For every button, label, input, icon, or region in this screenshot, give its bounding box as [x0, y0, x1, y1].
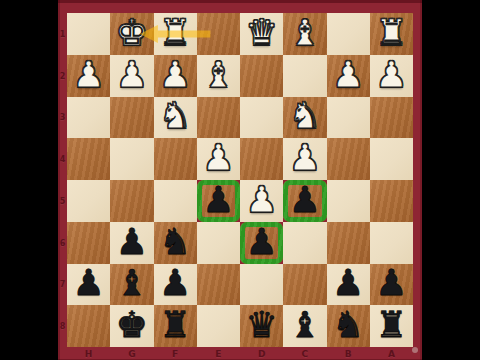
- square-c2[interactable]: [283, 55, 326, 97]
- square-a2[interactable]: ♟: [370, 55, 413, 97]
- square-d1[interactable]: ♛: [240, 13, 283, 55]
- square-g4[interactable]: [110, 138, 153, 180]
- piece-white-knight: ♞: [159, 98, 191, 134]
- piece-black-king: ♚: [116, 307, 148, 343]
- square-b7[interactable]: ♟: [327, 264, 370, 306]
- square-b1[interactable]: [327, 13, 370, 55]
- piece-black-bishop: ♝: [116, 265, 148, 301]
- piece-white-pawn: ♟: [289, 140, 321, 176]
- square-a6[interactable]: [370, 222, 413, 264]
- file-label-E: E: [208, 348, 228, 360]
- piece-black-pawn: ♟: [375, 265, 407, 301]
- piece-black-rook: ♜: [375, 307, 407, 343]
- square-b6[interactable]: [327, 222, 370, 264]
- square-a7[interactable]: ♟: [370, 264, 413, 306]
- rank-label-3: 3: [58, 113, 67, 122]
- piece-white-pawn: ♟: [202, 140, 234, 176]
- square-e6[interactable]: [197, 222, 240, 264]
- square-f8[interactable]: ♜: [154, 305, 197, 347]
- square-g8[interactable]: ♚: [110, 305, 153, 347]
- square-d2[interactable]: [240, 55, 283, 97]
- file-label-H: H: [79, 348, 99, 360]
- piece-white-pawn: ♟: [159, 57, 191, 93]
- rank-label-2: 2: [58, 72, 67, 81]
- piece-black-knight: ♞: [332, 307, 364, 343]
- square-f5[interactable]: [154, 180, 197, 222]
- piece-black-rook: ♜: [159, 307, 191, 343]
- square-c4[interactable]: ♟: [283, 138, 326, 180]
- square-c7[interactable]: [283, 264, 326, 306]
- piece-black-pawn: ♟: [245, 224, 277, 260]
- square-h8[interactable]: [67, 305, 110, 347]
- square-h3[interactable]: [67, 97, 110, 139]
- square-e7[interactable]: [197, 264, 240, 306]
- piece-white-rook: ♜: [375, 15, 407, 51]
- square-e2[interactable]: ♝: [197, 55, 240, 97]
- square-h6[interactable]: [67, 222, 110, 264]
- piece-black-pawn: ♟: [116, 224, 148, 260]
- chess-board: ♚♜♛♝♜♟♟♟♝♟♟♞♞♟♟♟♟♟♟♞♟♟♝♟♟♟♚♜♛♝♞♜: [67, 13, 413, 347]
- rank-label-4: 4: [58, 155, 67, 164]
- square-h4[interactable]: [67, 138, 110, 180]
- square-h7[interactable]: ♟: [67, 264, 110, 306]
- square-e5[interactable]: ♟: [197, 180, 240, 222]
- square-a5[interactable]: [370, 180, 413, 222]
- square-g2[interactable]: ♟: [110, 55, 153, 97]
- square-g1[interactable]: ♚: [110, 13, 153, 55]
- piece-white-queen: ♛: [245, 15, 277, 51]
- square-c6[interactable]: [283, 222, 326, 264]
- piece-white-pawn: ♟: [375, 57, 407, 93]
- square-a3[interactable]: [370, 97, 413, 139]
- piece-black-pawn: ♟: [159, 265, 191, 301]
- rank-label-8: 8: [58, 322, 67, 331]
- piece-black-queen: ♛: [245, 307, 277, 343]
- square-g6[interactable]: ♟: [110, 222, 153, 264]
- piece-white-pawn: ♟: [332, 57, 364, 93]
- square-b3[interactable]: [327, 97, 370, 139]
- square-d4[interactable]: [240, 138, 283, 180]
- square-a4[interactable]: [370, 138, 413, 180]
- square-f1[interactable]: ♜: [154, 13, 197, 55]
- square-d7[interactable]: [240, 264, 283, 306]
- piece-white-pawn: ♟: [245, 182, 277, 218]
- square-f3[interactable]: ♞: [154, 97, 197, 139]
- file-label-C: C: [295, 348, 315, 360]
- rank-label-1: 1: [58, 30, 67, 39]
- file-label-D: D: [252, 348, 272, 360]
- piece-white-rook: ♜: [159, 15, 191, 51]
- square-e8[interactable]: [197, 305, 240, 347]
- piece-white-pawn: ♟: [116, 57, 148, 93]
- piece-white-king: ♚: [116, 15, 148, 51]
- square-g5[interactable]: [110, 180, 153, 222]
- square-c8[interactable]: ♝: [283, 305, 326, 347]
- square-d5[interactable]: ♟: [240, 180, 283, 222]
- file-label-A: A: [381, 348, 401, 360]
- square-b4[interactable]: [327, 138, 370, 180]
- square-d3[interactable]: [240, 97, 283, 139]
- square-c5[interactable]: ♟: [283, 180, 326, 222]
- square-d6[interactable]: ♟: [240, 222, 283, 264]
- square-e1[interactable]: [197, 13, 240, 55]
- rank-label-7: 7: [58, 280, 67, 289]
- file-label-G: G: [122, 348, 142, 360]
- file-label-B: B: [338, 348, 358, 360]
- piece-black-pawn: ♟: [332, 265, 364, 301]
- square-f2[interactable]: ♟: [154, 55, 197, 97]
- square-h2[interactable]: ♟: [67, 55, 110, 97]
- square-d8[interactable]: ♛: [240, 305, 283, 347]
- square-b8[interactable]: ♞: [327, 305, 370, 347]
- piece-black-pawn: ♟: [72, 265, 104, 301]
- rank-label-5: 5: [58, 197, 67, 206]
- piece-white-pawn: ♟: [72, 57, 104, 93]
- square-h1[interactable]: [67, 13, 110, 55]
- square-f4[interactable]: [154, 138, 197, 180]
- piece-black-pawn: ♟: [289, 182, 321, 218]
- chess-app-stage: ♚♜♛♝♜♟♟♟♝♟♟♞♞♟♟♟♟♟♟♞♟♟♝♟♟♟♚♜♛♝♞♜ 1234567…: [0, 0, 480, 360]
- square-b5[interactable]: [327, 180, 370, 222]
- piece-black-bishop: ♝: [289, 307, 321, 343]
- square-b2[interactable]: ♟: [327, 55, 370, 97]
- square-c1[interactable]: ♝: [283, 13, 326, 55]
- rank-label-6: 6: [58, 239, 67, 248]
- watermark-dot: [412, 347, 418, 353]
- square-g3[interactable]: [110, 97, 153, 139]
- file-label-F: F: [165, 348, 185, 360]
- square-e3[interactable]: [197, 97, 240, 139]
- square-c3[interactable]: ♞: [283, 97, 326, 139]
- square-f7[interactable]: ♟: [154, 264, 197, 306]
- square-a8[interactable]: ♜: [370, 305, 413, 347]
- piece-black-pawn: ♟: [202, 182, 234, 218]
- piece-white-bishop: ♝: [202, 57, 234, 93]
- square-a1[interactable]: ♜: [370, 13, 413, 55]
- square-g7[interactable]: ♝: [110, 264, 153, 306]
- piece-white-knight: ♞: [289, 98, 321, 134]
- piece-white-bishop: ♝: [289, 15, 321, 51]
- square-h5[interactable]: [67, 180, 110, 222]
- piece-black-knight: ♞: [159, 224, 191, 260]
- square-f6[interactable]: ♞: [154, 222, 197, 264]
- square-e4[interactable]: ♟: [197, 138, 240, 180]
